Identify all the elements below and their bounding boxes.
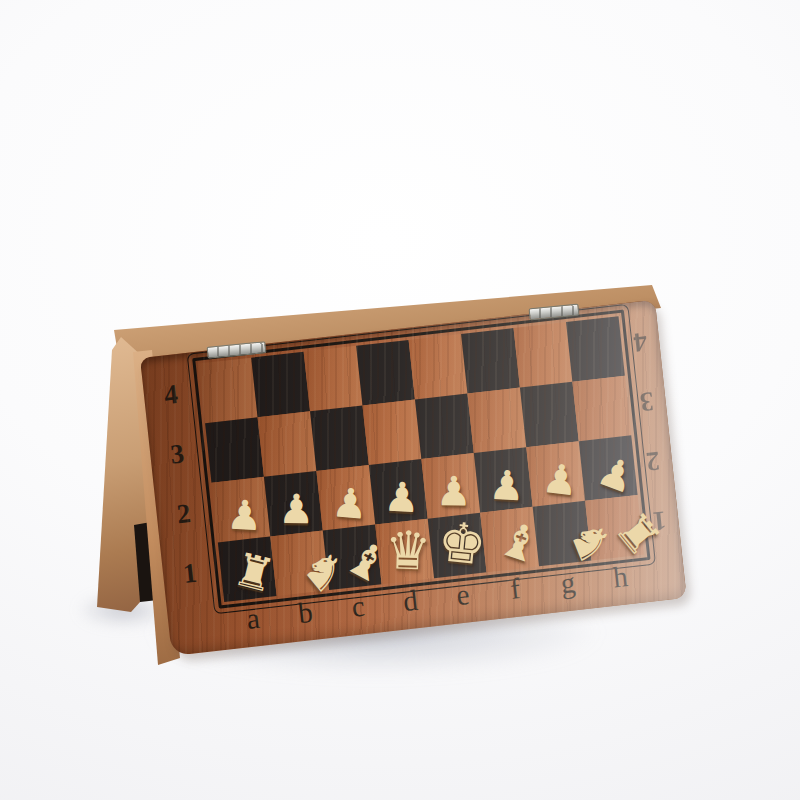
file-label-e: e (447, 579, 478, 611)
rank-label-left-3: 3 (161, 439, 194, 470)
square-d1[interactable]: ♛ (375, 519, 434, 585)
piece-white-pawn-g2[interactable]: ♟ (540, 457, 580, 502)
rank-label-left-4: 4 (155, 380, 188, 411)
piece-white-pawn-h2[interactable]: ♟ (592, 449, 639, 500)
square-h2[interactable]: ♟ (579, 435, 638, 501)
square-b4[interactable] (251, 352, 310, 418)
rank-label-right-4: 4 (624, 326, 657, 357)
file-label-c: c (343, 591, 374, 623)
square-b2[interactable]: ♟ (264, 471, 323, 537)
piece-white-pawn-d2[interactable]: ♟ (383, 476, 421, 518)
board-grid: ♟ ♟ ♟ ♟ ♟ ♟ ♟ ♟ ♜ ♞ ♝ ♛ (199, 316, 644, 602)
piece-white-king-e1[interactable]: ♚ (435, 514, 488, 573)
square-g2[interactable]: ♟ (526, 441, 585, 507)
piece-white-pawn-c2[interactable]: ♟ (330, 482, 369, 525)
file-label-a: a (238, 602, 269, 634)
square-c4[interactable] (304, 346, 363, 412)
square-d3[interactable] (362, 399, 421, 465)
piece-white-pawn-e2[interactable]: ♟ (435, 471, 471, 512)
product-photo-scene: 4 3 2 1 4 3 2 1 a b c d e f g h (0, 0, 800, 800)
piece-white-pawn-f2[interactable]: ♟ (488, 464, 526, 506)
square-e1[interactable]: ♚ (428, 513, 487, 579)
square-c2[interactable]: ♟ (316, 465, 375, 531)
square-g3[interactable] (520, 382, 579, 448)
rank-label-right-3: 3 (630, 386, 663, 417)
piece-white-rook-a1[interactable]: ♜ (229, 546, 279, 600)
square-a2[interactable]: ♟ (211, 477, 270, 543)
file-label-f: f (500, 573, 531, 605)
square-f2[interactable]: ♟ (474, 447, 533, 513)
square-a4[interactable] (199, 358, 258, 424)
square-b1[interactable]: ♞ (270, 531, 329, 597)
square-g4[interactable] (514, 322, 573, 388)
square-b3[interactable] (258, 411, 317, 477)
piece-white-pawn-b2[interactable]: ♟ (278, 489, 314, 530)
square-a3[interactable] (205, 417, 264, 483)
rank-label-right-2: 2 (637, 446, 670, 477)
rank-label-left-2: 2 (167, 499, 200, 530)
square-h3[interactable] (572, 376, 631, 442)
square-c3[interactable] (310, 405, 369, 471)
piece-white-pawn-a2[interactable]: ♟ (225, 494, 263, 536)
square-e2[interactable]: ♟ (421, 453, 480, 519)
square-a1[interactable]: ♜ (218, 536, 277, 602)
rank-label-left-1: 1 (174, 558, 207, 589)
file-label-g: g (552, 567, 583, 599)
square-d2[interactable]: ♟ (369, 459, 428, 525)
square-h4[interactable] (566, 316, 625, 382)
file-label-d: d (395, 585, 426, 617)
square-e4[interactable] (409, 334, 468, 400)
square-f1[interactable]: ♝ (480, 507, 539, 573)
piece-white-queen-d1[interactable]: ♛ (383, 524, 431, 578)
square-e3[interactable] (415, 394, 474, 460)
square-f4[interactable] (461, 328, 520, 394)
square-f3[interactable] (467, 388, 526, 454)
square-d4[interactable] (356, 340, 415, 406)
